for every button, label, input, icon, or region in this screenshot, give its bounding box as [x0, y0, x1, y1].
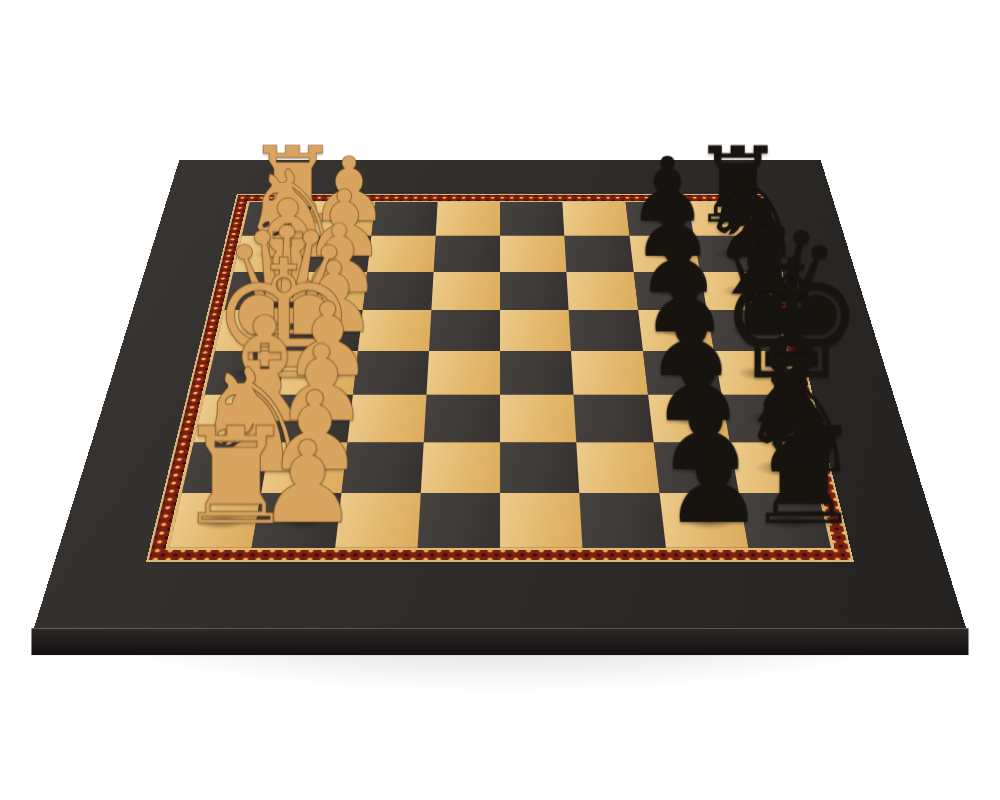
photo-scene: ♜♟♟♜♞♟♟♞♝♟♟♝♛♟♟♛♚♟♟♚♝♟♟♝♞♟♟♞♜♟♟♜: [0, 0, 1000, 800]
square-a5[interactable]: [500, 202, 565, 236]
square-b5[interactable]: [500, 236, 567, 272]
chess-board: ♜♟♟♜♞♟♟♞♝♟♟♝♛♟♟♛♚♟♟♚♝♟♟♝♞♟♟♞♜♟♟♜: [34, 160, 966, 628]
square-c5[interactable]: [500, 272, 569, 310]
square-d4[interactable]: [429, 310, 500, 351]
square-c4[interactable]: [431, 272, 500, 310]
mosaic-inlay-border: ♜♟♟♜♞♟♟♞♝♟♟♝♛♟♟♛♚♟♟♚♝♟♟♝♞♟♟♞♜♟♟♜: [146, 194, 854, 561]
square-h8[interactable]: ♜: [739, 493, 831, 548]
playing-field: ♜♟♟♜♞♟♟♞♝♟♟♝♛♟♟♛♚♟♟♚♝♟♟♝♞♟♟♞♜♟♟♜: [165, 201, 835, 550]
square-a6[interactable]: [563, 202, 630, 236]
board-front-edge: [31, 628, 968, 655]
square-d5[interactable]: [500, 310, 571, 351]
square-h4[interactable]: [417, 493, 500, 548]
square-f6[interactable]: [574, 395, 653, 442]
square-b4[interactable]: [433, 236, 500, 272]
square-h2[interactable]: ♟: [252, 493, 341, 548]
square-a4[interactable]: [435, 202, 500, 236]
board-frame: ♜♟♟♜♞♟♟♞♝♟♟♝♛♟♟♛♚♟♟♚♝♟♟♝♞♟♟♞♜♟♟♜: [34, 160, 966, 628]
square-g5[interactable]: [500, 442, 580, 493]
square-h5[interactable]: [500, 493, 583, 548]
square-d6[interactable]: [569, 310, 643, 351]
square-h7[interactable]: ♟: [659, 493, 748, 548]
square-h1[interactable]: ♜: [169, 493, 261, 548]
square-e5[interactable]: [500, 351, 574, 395]
square-f4[interactable]: [423, 395, 500, 442]
square-c6[interactable]: [567, 272, 638, 310]
square-h6[interactable]: [580, 493, 666, 548]
square-f5[interactable]: [500, 395, 577, 442]
square-g4[interactable]: [420, 442, 500, 493]
square-e6[interactable]: [571, 351, 647, 395]
square-b6[interactable]: [565, 236, 634, 272]
square-e4[interactable]: [426, 351, 500, 395]
square-g6[interactable]: [577, 442, 659, 493]
